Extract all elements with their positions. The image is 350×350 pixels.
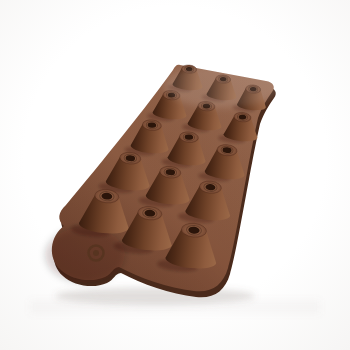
- background: [0, 0, 350, 350]
- product-photo: [0, 0, 350, 350]
- ground-shadow-band: [30, 300, 320, 314]
- far-light-wash: [164, 64, 280, 108]
